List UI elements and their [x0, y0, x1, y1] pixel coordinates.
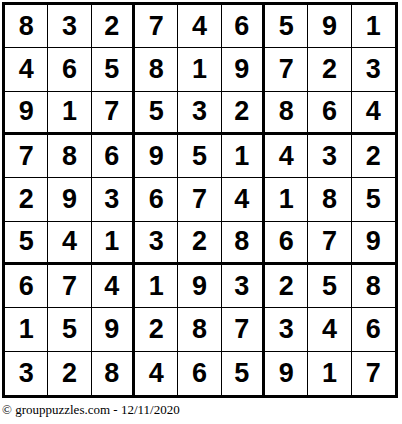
cell-r6c7: 6: [265, 222, 308, 265]
cell-r1c2: 3: [48, 5, 91, 48]
cell-r4c3: 6: [92, 135, 135, 178]
cell-r6c8: 7: [308, 222, 351, 265]
cell-r1c9: 1: [352, 5, 395, 48]
cell-r3c8: 6: [308, 92, 351, 135]
cell-r3c5: 3: [178, 92, 221, 135]
cell-r5c2: 9: [48, 178, 91, 221]
cell-r7c5: 9: [178, 265, 221, 308]
cell-r9c1: 3: [5, 352, 48, 395]
cell-r5c5: 7: [178, 178, 221, 221]
cell-r2c2: 6: [48, 48, 91, 91]
cell-r8c3: 9: [92, 308, 135, 351]
cell-r4c8: 3: [308, 135, 351, 178]
cell-r6c1: 5: [5, 222, 48, 265]
cell-r6c5: 2: [178, 222, 221, 265]
cell-r2c9: 3: [352, 48, 395, 91]
cell-r2c4: 8: [135, 48, 178, 91]
cell-r5c7: 1: [265, 178, 308, 221]
cell-r1c3: 2: [92, 5, 135, 48]
cell-r3c7: 8: [265, 92, 308, 135]
cell-r6c6: 8: [222, 222, 265, 265]
cell-r4c5: 5: [178, 135, 221, 178]
cell-r9c6: 5: [222, 352, 265, 395]
cell-r7c4: 1: [135, 265, 178, 308]
cell-r5c3: 3: [92, 178, 135, 221]
cell-r3c4: 5: [135, 92, 178, 135]
cell-r1c7: 5: [265, 5, 308, 48]
cell-r4c9: 2: [352, 135, 395, 178]
cell-r8c6: 7: [222, 308, 265, 351]
cell-r2c3: 5: [92, 48, 135, 91]
sudoku-board: 8327465914658197239175328647869514322936…: [2, 2, 398, 398]
cell-r3c3: 7: [92, 92, 135, 135]
cell-r5c8: 8: [308, 178, 351, 221]
cell-r1c1: 8: [5, 5, 48, 48]
cell-r6c2: 4: [48, 222, 91, 265]
cell-r3c1: 9: [5, 92, 48, 135]
cell-r9c7: 9: [265, 352, 308, 395]
cell-r7c2: 7: [48, 265, 91, 308]
cell-r2c6: 9: [222, 48, 265, 91]
copyright-footer: © grouppuzzles.com - 12/11/2020: [2, 402, 180, 418]
cell-r5c1: 2: [5, 178, 48, 221]
cell-r2c7: 7: [265, 48, 308, 91]
cell-r8c9: 6: [352, 308, 395, 351]
cell-r5c9: 5: [352, 178, 395, 221]
cell-r1c6: 6: [222, 5, 265, 48]
cell-r9c9: 7: [352, 352, 395, 395]
cell-r7c1: 6: [5, 265, 48, 308]
cell-r7c9: 8: [352, 265, 395, 308]
cell-r1c8: 9: [308, 5, 351, 48]
cell-r6c9: 9: [352, 222, 395, 265]
cell-r2c1: 4: [5, 48, 48, 91]
cell-r4c7: 4: [265, 135, 308, 178]
cell-r1c5: 4: [178, 5, 221, 48]
cell-r4c2: 8: [48, 135, 91, 178]
cell-r9c3: 8: [92, 352, 135, 395]
cell-r6c3: 1: [92, 222, 135, 265]
cell-r7c8: 5: [308, 265, 351, 308]
cell-r3c6: 2: [222, 92, 265, 135]
cell-r8c7: 3: [265, 308, 308, 351]
cell-r4c4: 9: [135, 135, 178, 178]
cell-r9c8: 1: [308, 352, 351, 395]
cell-r7c6: 3: [222, 265, 265, 308]
cell-r8c8: 4: [308, 308, 351, 351]
cell-r4c6: 1: [222, 135, 265, 178]
cell-r1c4: 7: [135, 5, 178, 48]
cell-r3c9: 4: [352, 92, 395, 135]
cell-r4c1: 7: [5, 135, 48, 178]
cell-r5c6: 4: [222, 178, 265, 221]
cell-r8c5: 8: [178, 308, 221, 351]
cell-r2c5: 1: [178, 48, 221, 91]
cell-r8c2: 5: [48, 308, 91, 351]
cell-r7c3: 4: [92, 265, 135, 308]
cell-r9c2: 2: [48, 352, 91, 395]
cell-r9c5: 6: [178, 352, 221, 395]
cell-r7c7: 2: [265, 265, 308, 308]
cell-r5c4: 6: [135, 178, 178, 221]
cell-r8c4: 2: [135, 308, 178, 351]
cell-r9c4: 4: [135, 352, 178, 395]
cell-r2c8: 2: [308, 48, 351, 91]
cell-r8c1: 1: [5, 308, 48, 351]
cell-r6c4: 3: [135, 222, 178, 265]
cell-r3c2: 1: [48, 92, 91, 135]
sudoku-page: 8327465914658197239175328647869514322936…: [0, 0, 402, 424]
